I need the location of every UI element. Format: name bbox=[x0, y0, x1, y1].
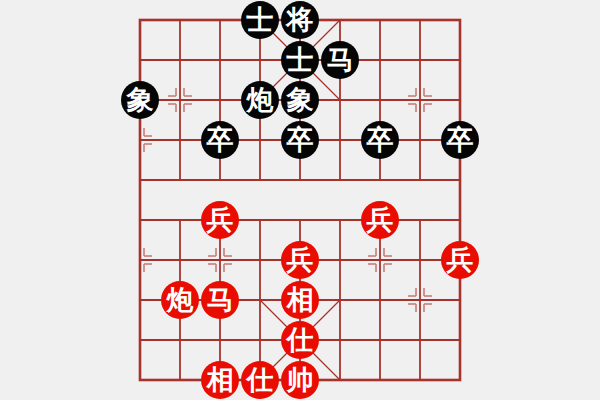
pieces-layer: 士将士马象炮象卒卒卒卒兵兵兵兵炮马相仕相仕帅 bbox=[120, 0, 480, 400]
red-advisor-piece[interactable]: 仕 bbox=[281, 321, 319, 359]
black-soldier-piece[interactable]: 卒 bbox=[361, 121, 399, 159]
red-advisor-piece[interactable]: 仕 bbox=[241, 361, 279, 399]
red-soldier-piece[interactable]: 兵 bbox=[361, 201, 399, 239]
black-general-piece[interactable]: 将 bbox=[281, 1, 319, 39]
black-elephant-piece[interactable]: 象 bbox=[121, 81, 159, 119]
red-soldier-piece[interactable]: 兵 bbox=[441, 241, 479, 279]
red-soldier-piece[interactable]: 兵 bbox=[281, 241, 319, 279]
xiangqi-board[interactable]: 士将士马象炮象卒卒卒卒兵兵兵兵炮马相仕相仕帅 bbox=[0, 0, 600, 400]
red-horse-piece[interactable]: 马 bbox=[201, 281, 239, 319]
red-general-piece[interactable]: 帅 bbox=[281, 361, 319, 399]
black-horse-piece[interactable]: 马 bbox=[321, 41, 359, 79]
red-elephant-piece[interactable]: 相 bbox=[201, 361, 239, 399]
black-advisor-piece[interactable]: 士 bbox=[281, 41, 319, 79]
black-soldier-piece[interactable]: 卒 bbox=[441, 121, 479, 159]
black-elephant-piece[interactable]: 象 bbox=[281, 81, 319, 119]
red-elephant-piece[interactable]: 相 bbox=[281, 281, 319, 319]
black-soldier-piece[interactable]: 卒 bbox=[281, 121, 319, 159]
red-cannon-piece[interactable]: 炮 bbox=[161, 281, 199, 319]
red-soldier-piece[interactable]: 兵 bbox=[201, 201, 239, 239]
black-cannon-piece[interactable]: 炮 bbox=[241, 81, 279, 119]
xiangqi-app: 士将士马象炮象卒卒卒卒兵兵兵兵炮马相仕相仕帅 bbox=[0, 0, 600, 400]
black-soldier-piece[interactable]: 卒 bbox=[201, 121, 239, 159]
black-advisor-piece[interactable]: 士 bbox=[241, 1, 279, 39]
